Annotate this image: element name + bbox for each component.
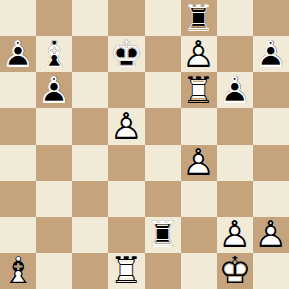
square-h6[interactable] (253, 72, 289, 108)
square-g7[interactable] (217, 36, 253, 72)
piece-white-king: ♚♔ (217, 253, 253, 289)
square-g5[interactable] (217, 108, 253, 144)
square-f4[interactable]: ♟♙ (181, 145, 217, 181)
square-d6[interactable] (108, 72, 144, 108)
square-h8[interactable] (253, 0, 289, 36)
square-h2[interactable]: ♟♙ (253, 217, 289, 253)
piece-white-pawn: ♟♙ (217, 217, 253, 253)
piece-black-rook: ♜♖ (181, 0, 217, 36)
square-d5[interactable]: ♟♙ (108, 108, 144, 144)
piece-white-pawn: ♟♙ (181, 36, 217, 72)
square-f8[interactable]: ♜♖ (181, 0, 217, 36)
square-c2[interactable] (72, 217, 108, 253)
square-f7[interactable]: ♟♙ (181, 36, 217, 72)
square-b1[interactable] (36, 253, 72, 289)
piece-white-pawn: ♟♙ (253, 217, 289, 253)
square-a1[interactable]: ♝♗ (0, 253, 36, 289)
piece-white-rook: ♜♖ (108, 253, 144, 289)
square-d1[interactable]: ♜♖ (108, 253, 144, 289)
square-e5[interactable] (145, 108, 181, 144)
square-e2[interactable]: ♜♖ (145, 217, 181, 253)
square-d7[interactable]: ♚♔ (108, 36, 144, 72)
square-d8[interactable] (108, 0, 144, 36)
square-h7[interactable]: ♟♙ (253, 36, 289, 72)
square-g2[interactable]: ♟♙ (217, 217, 253, 253)
square-h3[interactable] (253, 181, 289, 217)
square-b7[interactable]: ♝♗ (36, 36, 72, 72)
square-a6[interactable] (0, 72, 36, 108)
square-e1[interactable] (145, 253, 181, 289)
square-h4[interactable] (253, 145, 289, 181)
square-g4[interactable] (217, 145, 253, 181)
square-f6[interactable]: ♜♖ (181, 72, 217, 108)
square-f5[interactable] (181, 108, 217, 144)
square-g6[interactable]: ♟♙ (217, 72, 253, 108)
square-c1[interactable] (72, 253, 108, 289)
square-c3[interactable] (72, 181, 108, 217)
square-a8[interactable] (0, 0, 36, 36)
piece-black-pawn: ♟♙ (253, 36, 289, 72)
piece-black-pawn: ♟♙ (0, 36, 36, 72)
square-c6[interactable] (72, 72, 108, 108)
piece-black-king: ♚♔ (108, 36, 144, 72)
square-f1[interactable] (181, 253, 217, 289)
square-h1[interactable] (253, 253, 289, 289)
square-e6[interactable] (145, 72, 181, 108)
square-a5[interactable] (0, 108, 36, 144)
square-f2[interactable] (181, 217, 217, 253)
square-g3[interactable] (217, 181, 253, 217)
square-e8[interactable] (145, 0, 181, 36)
square-a7[interactable]: ♟♙ (0, 36, 36, 72)
square-c8[interactable] (72, 0, 108, 36)
square-d4[interactable] (108, 145, 144, 181)
square-e3[interactable] (145, 181, 181, 217)
square-c5[interactable] (72, 108, 108, 144)
square-c7[interactable] (72, 36, 108, 72)
square-f3[interactable] (181, 181, 217, 217)
piece-white-pawn: ♟♙ (108, 108, 144, 144)
piece-white-pawn: ♟♙ (181, 145, 217, 181)
square-d3[interactable] (108, 181, 144, 217)
square-a4[interactable] (0, 145, 36, 181)
square-b2[interactable] (36, 217, 72, 253)
piece-black-pawn: ♟♙ (217, 72, 253, 108)
square-b5[interactable] (36, 108, 72, 144)
square-g8[interactable] (217, 0, 253, 36)
chess-board: ♜♖♟♙♝♗♚♔♟♙♟♙♟♙♜♖♟♙♟♙♟♙♜♖♟♙♟♙♝♗♜♖♚♔ (0, 0, 289, 289)
square-b4[interactable] (36, 145, 72, 181)
square-a3[interactable] (0, 181, 36, 217)
square-e4[interactable] (145, 145, 181, 181)
square-e7[interactable] (145, 36, 181, 72)
square-a2[interactable] (0, 217, 36, 253)
square-g1[interactable]: ♚♔ (217, 253, 253, 289)
square-b8[interactable] (36, 0, 72, 36)
piece-white-bishop: ♝♗ (0, 253, 36, 289)
piece-black-rook: ♜♖ (145, 217, 181, 253)
square-h5[interactable] (253, 108, 289, 144)
square-b6[interactable]: ♟♙ (36, 72, 72, 108)
square-c4[interactable] (72, 145, 108, 181)
piece-white-rook: ♜♖ (181, 72, 217, 108)
piece-black-bishop: ♝♗ (36, 36, 72, 72)
piece-black-pawn: ♟♙ (36, 72, 72, 108)
square-d2[interactable] (108, 217, 144, 253)
square-b3[interactable] (36, 181, 72, 217)
